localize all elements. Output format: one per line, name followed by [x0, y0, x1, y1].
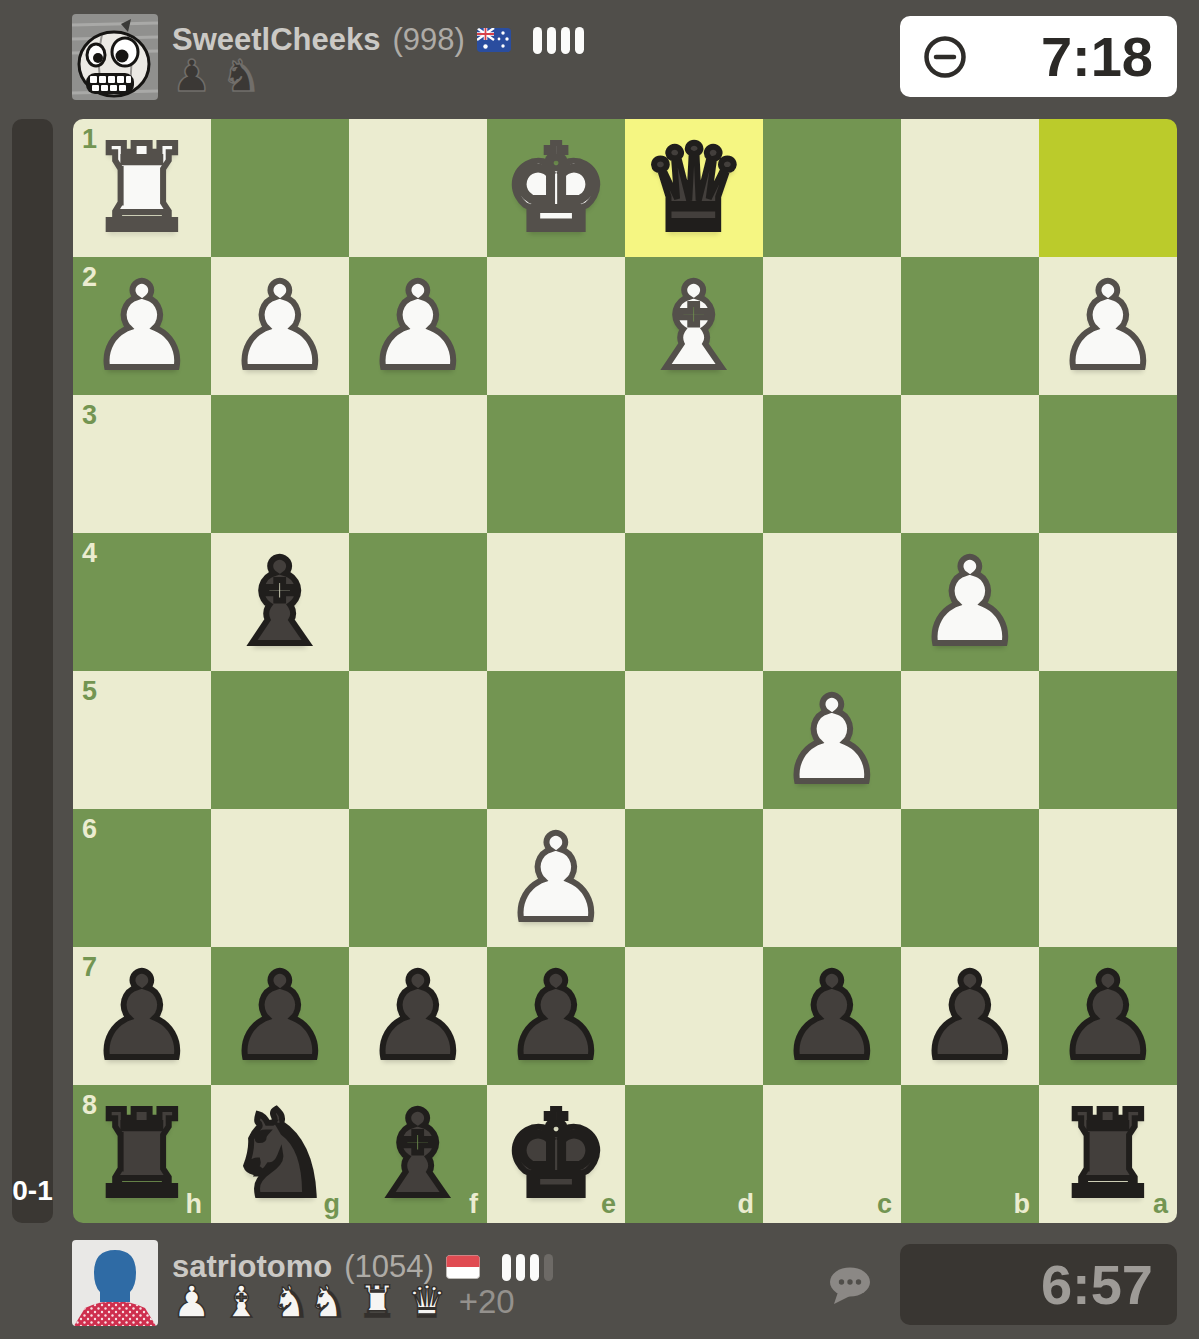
black-knight-g8[interactable]: ♞: [211, 1085, 349, 1223]
white-pawn-e6[interactable]: ♟: [487, 809, 625, 947]
square-h4[interactable]: 4: [73, 533, 211, 671]
white-rook-h1[interactable]: ♜: [73, 119, 211, 257]
black-queen-d1[interactable]: ♛: [625, 119, 763, 257]
square-e6[interactable]: ♟: [487, 809, 625, 947]
rank-label-5: 5: [82, 676, 97, 707]
chess-board: 1♜♚♛2♟♟♟♝♟34♝♟5♟6♟7♟♟♟♟♟♟♟8h♜g♞f♝e♚dcba♜: [73, 119, 1177, 1223]
black-bishop-g4[interactable]: ♝: [211, 533, 349, 671]
square-d6[interactable]: [625, 809, 763, 947]
square-h2[interactable]: 2♟: [73, 257, 211, 395]
square-c3[interactable]: [763, 395, 901, 533]
square-g6[interactable]: [211, 809, 349, 947]
square-h1[interactable]: 1♜: [73, 119, 211, 257]
square-c2[interactable]: [763, 257, 901, 395]
square-c7[interactable]: ♟: [763, 947, 901, 1085]
rank-label-3: 3: [82, 400, 97, 431]
top-clock-time: 7:18: [1041, 24, 1153, 89]
chat-button[interactable]: [828, 1266, 874, 1308]
square-d3[interactable]: [625, 395, 763, 533]
bottom-player-clock: 6:57: [900, 1244, 1177, 1325]
square-b8[interactable]: b: [901, 1085, 1039, 1223]
square-f4[interactable]: [349, 533, 487, 671]
square-f6[interactable]: [349, 809, 487, 947]
top-connection-bars-icon: [533, 27, 584, 54]
square-h3[interactable]: 3: [73, 395, 211, 533]
square-g4[interactable]: ♝: [211, 533, 349, 671]
square-b3[interactable]: [901, 395, 1039, 533]
square-c6[interactable]: [763, 809, 901, 947]
square-e1[interactable]: ♚: [487, 119, 625, 257]
square-a3[interactable]: [1039, 395, 1177, 533]
square-g1[interactable]: [211, 119, 349, 257]
square-d2[interactable]: ♝: [625, 257, 763, 395]
square-a4[interactable]: [1039, 533, 1177, 671]
black-rook-h8[interactable]: ♜: [73, 1085, 211, 1223]
square-g3[interactable]: [211, 395, 349, 533]
black-pawn-b7[interactable]: ♟: [901, 947, 1039, 1085]
square-b4[interactable]: ♟: [901, 533, 1039, 671]
black-rook-a8[interactable]: ♜: [1039, 1085, 1177, 1223]
top-player-clock: 7:18: [900, 16, 1177, 97]
bottom-clock-time: 6:57: [1041, 1252, 1153, 1317]
black-pawn-h7[interactable]: ♟: [73, 947, 211, 1085]
square-g5[interactable]: [211, 671, 349, 809]
square-c5[interactable]: ♟: [763, 671, 901, 809]
file-label-b: b: [1014, 1189, 1031, 1220]
square-c8[interactable]: c: [763, 1085, 901, 1223]
square-h6[interactable]: 6: [73, 809, 211, 947]
rank-label-4: 4: [82, 538, 97, 569]
chat-bubble-icon: [828, 1266, 874, 1308]
rank-label-6: 6: [82, 814, 97, 845]
square-h5[interactable]: 5: [73, 671, 211, 809]
square-d4[interactable]: [625, 533, 763, 671]
square-b1[interactable]: [901, 119, 1039, 257]
captured-black-pieces: ♟ ♞: [172, 54, 259, 98]
square-b6[interactable]: [901, 809, 1039, 947]
game-result-label: 0-1: [12, 1175, 53, 1207]
black-pawn-c7[interactable]: ♟: [763, 947, 901, 1085]
square-f5[interactable]: [349, 671, 487, 809]
square-d1[interactable]: ♛: [625, 119, 763, 257]
square-g8[interactable]: g♞: [211, 1085, 349, 1223]
square-f8[interactable]: f♝: [349, 1085, 487, 1223]
white-pawn-c5[interactable]: ♟: [763, 671, 901, 809]
pumpkin-avatar-image: [72, 14, 158, 100]
square-f1[interactable]: [349, 119, 487, 257]
square-a5[interactable]: [1039, 671, 1177, 809]
evaluation-bar: 0-1: [12, 119, 53, 1223]
square-f7[interactable]: ♟: [349, 947, 487, 1085]
square-a8[interactable]: a♜: [1039, 1085, 1177, 1223]
white-pawn-f2[interactable]: ♟: [349, 257, 487, 395]
square-f2[interactable]: ♟: [349, 257, 487, 395]
black-pawn-a7[interactable]: ♟: [1039, 947, 1177, 1085]
square-e2[interactable]: [487, 257, 625, 395]
black-pawn-g7[interactable]: ♟: [211, 947, 349, 1085]
square-a2[interactable]: ♟: [1039, 257, 1177, 395]
black-king-e8[interactable]: ♚: [487, 1085, 625, 1223]
white-pawn-g2[interactable]: ♟: [211, 257, 349, 395]
square-f3[interactable]: [349, 395, 487, 533]
person-avatar-image: [72, 1240, 158, 1326]
white-pawn-a2[interactable]: ♟: [1039, 257, 1177, 395]
square-h8[interactable]: 8h♜: [73, 1085, 211, 1223]
bottom-player-avatar[interactable]: [72, 1240, 158, 1326]
square-e7[interactable]: ♟: [487, 947, 625, 1085]
square-e5[interactable]: [487, 671, 625, 809]
square-b5[interactable]: [901, 671, 1039, 809]
top-player-avatar[interactable]: [72, 14, 158, 100]
black-pawn-e7[interactable]: ♟: [487, 947, 625, 1085]
square-d7[interactable]: [625, 947, 763, 1085]
square-g7[interactable]: ♟: [211, 947, 349, 1085]
square-b2[interactable]: [901, 257, 1039, 395]
square-d8[interactable]: d: [625, 1085, 763, 1223]
white-king-e1[interactable]: ♚: [487, 119, 625, 257]
australia-flag-icon: [477, 28, 511, 52]
square-a7[interactable]: ♟: [1039, 947, 1177, 1085]
square-c4[interactable]: [763, 533, 901, 671]
top-player-rating: (998): [393, 22, 465, 58]
square-h7[interactable]: 7♟: [73, 947, 211, 1085]
square-e8[interactable]: e♚: [487, 1085, 625, 1223]
square-b7[interactable]: ♟: [901, 947, 1039, 1085]
square-d5[interactable]: [625, 671, 763, 809]
black-pawn-f7[interactable]: ♟: [349, 947, 487, 1085]
white-pawn-b4[interactable]: ♟: [901, 533, 1039, 671]
square-a6[interactable]: [1039, 809, 1177, 947]
top-captured-pieces-tray: ♟ ♞: [172, 54, 259, 98]
square-e4[interactable]: [487, 533, 625, 671]
white-pawn-h2[interactable]: ♟: [73, 257, 211, 395]
material-advantage: +20: [459, 1283, 515, 1321]
square-a1[interactable]: [1039, 119, 1177, 257]
square-e3[interactable]: [487, 395, 625, 533]
square-c1[interactable]: [763, 119, 901, 257]
white-bishop-d2[interactable]: ♝: [625, 257, 763, 395]
indonesia-flag-icon: [446, 1255, 480, 1279]
bottom-captured-pieces-tray: ♟ ♝ ♞♞ ♜ ♛ +20: [172, 1280, 515, 1324]
black-bishop-f8[interactable]: ♝: [349, 1085, 487, 1223]
file-label-d: d: [738, 1189, 755, 1220]
minus-circle-icon: [922, 34, 968, 80]
bottom-connection-bars-icon: [502, 1254, 553, 1281]
file-label-c: c: [877, 1189, 892, 1220]
captured-white-pieces: ♟ ♝ ♞♞ ♜ ♛: [172, 1280, 445, 1324]
square-g2[interactable]: ♟: [211, 257, 349, 395]
